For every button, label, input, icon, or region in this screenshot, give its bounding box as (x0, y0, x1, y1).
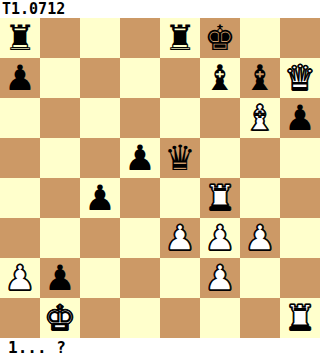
piece-black-pawn: ♟ (124, 138, 155, 178)
piece-white-pawn: ♟ (204, 258, 235, 298)
piece-black-bishop: ♝ (204, 58, 235, 98)
square-f6[interactable] (200, 98, 240, 138)
piece-white-pawn: ♟ (4, 258, 35, 298)
square-d3[interactable] (120, 218, 160, 258)
square-h4[interactable] (280, 178, 320, 218)
square-g1[interactable] (240, 298, 280, 338)
piece-black-rook: ♜ (164, 18, 195, 58)
piece-black-pawn: ♟ (44, 258, 75, 298)
square-c5[interactable] (80, 138, 120, 178)
square-f2[interactable]: ♟ (200, 258, 240, 298)
square-h6[interactable]: ♟ (280, 98, 320, 138)
square-f4[interactable]: ♜ (200, 178, 240, 218)
square-a3[interactable] (0, 218, 40, 258)
square-c7[interactable] (80, 58, 120, 98)
square-e6[interactable] (160, 98, 200, 138)
square-g4[interactable] (240, 178, 280, 218)
square-e7[interactable] (160, 58, 200, 98)
square-c3[interactable] (80, 218, 120, 258)
square-c1[interactable] (80, 298, 120, 338)
square-d4[interactable] (120, 178, 160, 218)
square-d8[interactable] (120, 18, 160, 58)
piece-white-bishop: ♝ (244, 98, 275, 138)
square-d1[interactable] (120, 298, 160, 338)
square-f5[interactable] (200, 138, 240, 178)
piece-black-king: ♚ (204, 18, 235, 58)
piece-black-pawn: ♟ (284, 98, 315, 138)
square-e3[interactable]: ♟ (160, 218, 200, 258)
square-a5[interactable] (0, 138, 40, 178)
square-h3[interactable] (280, 218, 320, 258)
square-e8[interactable]: ♜ (160, 18, 200, 58)
square-c8[interactable] (80, 18, 120, 58)
square-d2[interactable] (120, 258, 160, 298)
piece-black-queen: ♛ (164, 138, 195, 178)
square-b3[interactable] (40, 218, 80, 258)
square-f1[interactable] (200, 298, 240, 338)
piece-black-bishop: ♝ (244, 58, 275, 98)
square-g5[interactable] (240, 138, 280, 178)
square-h7[interactable]: ♛ (280, 58, 320, 98)
piece-white-pawn: ♟ (244, 218, 275, 258)
square-b5[interactable] (40, 138, 80, 178)
piece-white-king: ♚ (44, 298, 75, 338)
square-f7[interactable]: ♝ (200, 58, 240, 98)
piece-black-pawn: ♟ (84, 178, 115, 218)
square-b7[interactable] (40, 58, 80, 98)
square-c4[interactable]: ♟ (80, 178, 120, 218)
square-a8[interactable]: ♜ (0, 18, 40, 58)
piece-white-pawn: ♟ (164, 218, 195, 258)
square-a1[interactable] (0, 298, 40, 338)
piece-black-rook: ♜ (4, 18, 35, 58)
square-a7[interactable]: ♟ (0, 58, 40, 98)
piece-white-rook: ♜ (284, 298, 315, 338)
square-g6[interactable]: ♝ (240, 98, 280, 138)
chess-board: ♜♜♚♟♝♝♛♝♟♟♛♟♜♟♟♟♟♟♟♚♜ (0, 18, 320, 338)
puzzle-id-title: T1.0712 (0, 0, 320, 18)
square-g7[interactable]: ♝ (240, 58, 280, 98)
piece-white-pawn: ♟ (204, 218, 235, 258)
square-g2[interactable] (240, 258, 280, 298)
square-a4[interactable] (0, 178, 40, 218)
move-prompt: 1... ? (0, 338, 320, 360)
square-c6[interactable] (80, 98, 120, 138)
square-h2[interactable] (280, 258, 320, 298)
square-f8[interactable]: ♚ (200, 18, 240, 58)
square-d6[interactable] (120, 98, 160, 138)
square-b1[interactable]: ♚ (40, 298, 80, 338)
square-a2[interactable]: ♟ (0, 258, 40, 298)
square-d7[interactable] (120, 58, 160, 98)
square-b6[interactable] (40, 98, 80, 138)
piece-black-pawn: ♟ (4, 58, 35, 98)
square-e4[interactable] (160, 178, 200, 218)
square-e2[interactable] (160, 258, 200, 298)
square-e5[interactable]: ♛ (160, 138, 200, 178)
square-b2[interactable]: ♟ (40, 258, 80, 298)
square-b8[interactable] (40, 18, 80, 58)
square-g8[interactable] (240, 18, 280, 58)
square-c2[interactable] (80, 258, 120, 298)
square-d5[interactable]: ♟ (120, 138, 160, 178)
piece-white-queen: ♛ (284, 58, 315, 98)
square-e1[interactable] (160, 298, 200, 338)
square-b4[interactable] (40, 178, 80, 218)
square-h8[interactable] (280, 18, 320, 58)
square-h1[interactable]: ♜ (280, 298, 320, 338)
square-f3[interactable]: ♟ (200, 218, 240, 258)
square-g3[interactable]: ♟ (240, 218, 280, 258)
square-a6[interactable] (0, 98, 40, 138)
square-h5[interactable] (280, 138, 320, 178)
piece-white-rook: ♜ (204, 178, 235, 218)
